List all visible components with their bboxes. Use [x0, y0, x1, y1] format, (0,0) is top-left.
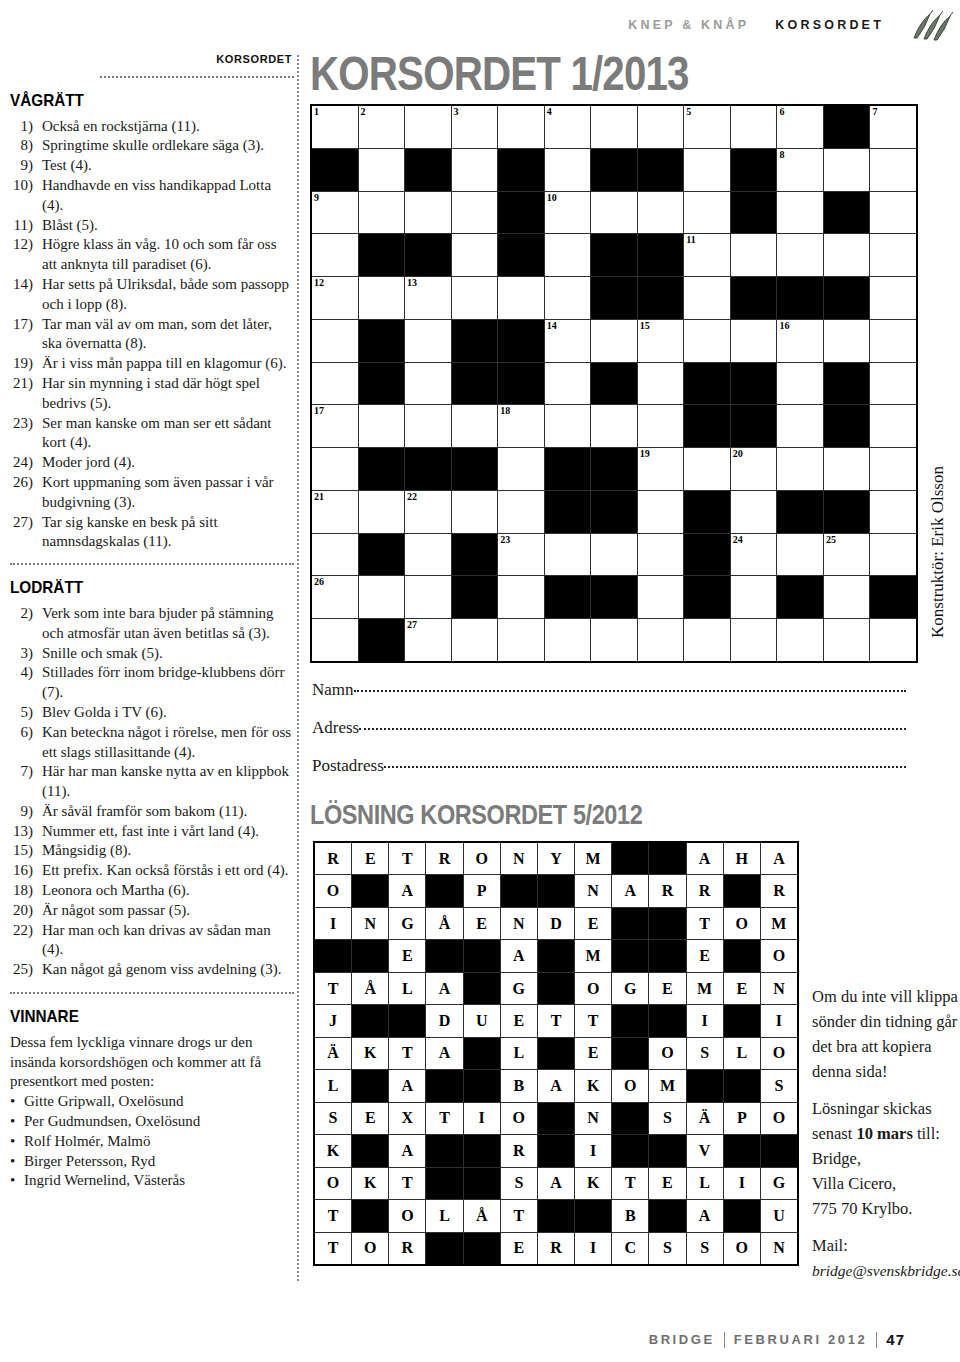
solution-letter: U — [476, 1012, 488, 1030]
solution-letter: R — [327, 850, 339, 868]
solution-cell: T — [501, 1200, 537, 1231]
puzzle-cell[interactable]: 25 — [824, 534, 870, 576]
postadress-field-row: Postadress — [312, 756, 906, 794]
solution-cell: I — [315, 908, 351, 939]
puzzle-cell[interactable]: 16 — [777, 320, 823, 362]
puzzle-cell[interactable]: 5 — [684, 106, 730, 148]
clue-number: 18) — [10, 881, 42, 901]
solution-letter: N — [587, 1109, 599, 1127]
solution-cell: D — [538, 908, 574, 939]
block-cell — [777, 277, 823, 319]
puzzle-cell[interactable] — [870, 363, 916, 405]
block-cell — [870, 576, 916, 618]
puzzle-cell[interactable] — [312, 363, 358, 405]
clue-row: 10)Handhavde en viss handikappad Lotta (… — [10, 176, 294, 216]
block-cell — [545, 576, 591, 618]
puzzle-cell[interactable]: 21 — [312, 491, 358, 533]
postadress-input-line[interactable] — [384, 766, 906, 768]
clue-text: Moder jord (4). — [42, 453, 294, 473]
solution-letter: E — [662, 980, 673, 998]
puzzle-cell[interactable] — [405, 320, 451, 362]
clue-number-label: 11 — [686, 234, 695, 245]
solution-letter: T — [328, 1239, 339, 1257]
clue-row: 15)Mångsidig (8). — [10, 841, 294, 861]
solution-cell: E — [649, 973, 685, 1004]
puzzle-cell[interactable]: 8 — [777, 149, 823, 191]
clue-number: 2) — [10, 604, 42, 644]
puzzle-cell[interactable]: 3 — [452, 106, 498, 148]
puzzle-cell[interactable]: 9 — [312, 192, 358, 234]
puzzle-cell[interactable] — [405, 576, 451, 618]
puzzle-cell[interactable] — [684, 149, 730, 191]
puzzle-cell[interactable] — [638, 192, 684, 234]
solution-cell: N — [761, 973, 797, 1004]
solution-letter: T — [625, 1174, 636, 1192]
puzzle-cell[interactable] — [638, 491, 684, 533]
puzzle-cell[interactable] — [452, 234, 498, 276]
puzzle-cell[interactable] — [312, 619, 358, 661]
puzzle-cell[interactable] — [777, 363, 823, 405]
solution-letter: O — [773, 1109, 785, 1127]
block-cell — [538, 1038, 574, 1069]
puzzle-cell[interactable]: 27 — [405, 619, 451, 661]
solution-letter: C — [625, 1239, 637, 1257]
footer-divider — [876, 1332, 877, 1348]
block-cell — [352, 1070, 388, 1101]
solution-letter: O — [327, 1174, 339, 1192]
solution-cell: T — [315, 1233, 351, 1264]
copy-note: Om du inte vill klippa sönder din tidnin… — [812, 984, 960, 1084]
puzzle-cell[interactable] — [684, 320, 730, 362]
solution-letter: T — [402, 850, 413, 868]
solution-cell: V — [687, 1135, 723, 1166]
solution-cell: Y — [538, 843, 574, 874]
puzzle-cell[interactable] — [777, 234, 823, 276]
puzzle-cell[interactable]: 17 — [312, 405, 358, 447]
puzzle-cell[interactable]: 13 — [405, 277, 451, 319]
block-cell — [761, 1135, 797, 1166]
block-cell — [426, 1135, 462, 1166]
puzzle-cell[interactable] — [545, 619, 591, 661]
solution-letter: O — [736, 915, 748, 933]
solution-cell: T — [389, 843, 425, 874]
puzzle-cell[interactable] — [824, 448, 870, 490]
address-line: 775 70 Krylbo. — [812, 1199, 912, 1218]
solution-letter: T — [402, 1044, 413, 1062]
solution-letter: T — [551, 1012, 562, 1030]
solution-cell: Ä — [315, 1038, 351, 1069]
puzzle-cell[interactable] — [359, 576, 405, 618]
puzzle-cell[interactable] — [452, 192, 498, 234]
clue-text: Stillades förr inom bridge-klubbens dörr… — [42, 663, 294, 703]
puzzle-cell[interactable] — [824, 149, 870, 191]
clue-row: 25)Kan något gå genom viss avdelning (3)… — [10, 960, 294, 980]
clue-number-label: 4 — [547, 106, 552, 117]
puzzle-cell[interactable] — [824, 234, 870, 276]
issue-label: FEBRUARI 2012 — [734, 1332, 868, 1347]
puzzle-cell[interactable] — [731, 576, 777, 618]
puzzle-cell[interactable] — [405, 106, 451, 148]
clue-row: 8)Springtime skulle ordlekare säga (3). — [10, 136, 294, 156]
winner-row: •Birger Petersson, Ryd — [10, 1152, 294, 1172]
puzzle-cell[interactable] — [359, 405, 405, 447]
puzzle-cell[interactable] — [312, 534, 358, 576]
puzzle-cell[interactable] — [359, 277, 405, 319]
solution-cell: O — [315, 1168, 351, 1199]
puzzle-cell[interactable] — [638, 106, 684, 148]
solution-cell: R — [389, 1233, 425, 1264]
clue-row: 1)Också en rockstjärna (11). — [10, 117, 294, 137]
clue-row: 3)Snille och smak (5). — [10, 644, 294, 664]
puzzle-cell[interactable] — [870, 149, 916, 191]
solution-cell: N — [352, 908, 388, 939]
puzzle-cell[interactable] — [638, 576, 684, 618]
puzzle-cell[interactable] — [545, 405, 591, 447]
down-clue-list: 2)Verk som inte bara bjuder på stämning … — [10, 604, 294, 980]
column-divider — [297, 55, 299, 1281]
mail-address[interactable]: bridge@svenskbridge.se — [812, 1262, 960, 1279]
solution-letter: Ä — [327, 1044, 339, 1062]
block-cell — [538, 1135, 574, 1166]
puzzle-cell[interactable]: 24 — [731, 534, 777, 576]
puzzle-cell[interactable] — [452, 405, 498, 447]
block-cell — [452, 363, 498, 405]
puzzle-cell[interactable]: 11 — [684, 234, 730, 276]
clue-number-label: 26 — [314, 576, 324, 587]
clue-number: 3) — [10, 644, 42, 664]
clue-row: 14)Har setts på Ulriksdal, både som pass… — [10, 275, 294, 315]
solution-cell: X — [389, 1103, 425, 1134]
puzzle-cell[interactable] — [498, 576, 544, 618]
clue-row: 22)Har man och kan drivas av sådan man (… — [10, 921, 294, 961]
puzzle-cell[interactable] — [870, 491, 916, 533]
clue-row: 11)Blåst (5). — [10, 216, 294, 236]
puzzle-cell[interactable] — [824, 320, 870, 362]
solution-letter: A — [439, 1044, 451, 1062]
solution-letter: E — [365, 1109, 376, 1127]
block-cell — [777, 491, 823, 533]
solution-letter: O — [736, 1239, 748, 1257]
solution-cell: E — [575, 1038, 611, 1069]
clue-number: 7) — [10, 762, 42, 802]
puzzle-cell[interactable] — [870, 619, 916, 661]
address-line: Bridge, — [812, 1149, 861, 1168]
solution-cell: T — [389, 1168, 425, 1199]
puzzle-cell[interactable] — [359, 149, 405, 191]
puzzle-cell[interactable] — [870, 448, 916, 490]
block-cell — [426, 1070, 462, 1101]
block-cell — [352, 1005, 388, 1036]
puzzle-cell[interactable] — [731, 619, 777, 661]
adress-input-line[interactable] — [359, 728, 906, 730]
solution-letter: X — [402, 1109, 414, 1127]
solution-letter: E — [514, 1012, 525, 1030]
block-cell — [464, 973, 500, 1004]
solution-cell: G — [501, 973, 537, 1004]
block-cell — [464, 1038, 500, 1069]
clue-number: 13) — [10, 822, 42, 842]
block-cell — [538, 973, 574, 1004]
solution-cell: T — [575, 1005, 611, 1036]
puzzle-cell[interactable] — [591, 534, 637, 576]
solution-cell: N — [501, 908, 537, 939]
solution-cell: O — [352, 1233, 388, 1264]
clue-row: 17)Tar man väl av om man, som det låter,… — [10, 315, 294, 355]
puzzle-cell[interactable]: 20 — [731, 448, 777, 490]
puzzle-cell[interactable] — [545, 149, 591, 191]
puzzle-cell[interactable] — [545, 277, 591, 319]
puzzle-cell[interactable] — [684, 192, 730, 234]
puzzle-cell[interactable] — [359, 192, 405, 234]
solution-cell: N — [575, 1103, 611, 1134]
block-cell — [649, 908, 685, 939]
solution-letter: O — [773, 1044, 785, 1062]
block-cell — [545, 491, 591, 533]
puzzle-cell[interactable] — [870, 192, 916, 234]
block-cell — [426, 940, 462, 971]
solution-letter: A — [699, 850, 711, 868]
solution-cell: L — [501, 1038, 537, 1069]
block-cell — [612, 1005, 648, 1036]
puzzle-cell[interactable] — [452, 149, 498, 191]
page-number: 47 — [886, 1331, 905, 1348]
puzzle-cell[interactable] — [777, 405, 823, 447]
puzzle-cell[interactable] — [405, 363, 451, 405]
puzzle-cell[interactable] — [498, 448, 544, 490]
clue-text: Nummer ett, fast inte i vårt land (4). — [42, 822, 294, 842]
puzzle-cell[interactable]: 12 — [312, 277, 358, 319]
solution-cell: E — [352, 843, 388, 874]
puzzle-cell[interactable]: 26 — [312, 576, 358, 618]
block-cell — [824, 192, 870, 234]
block-cell — [649, 843, 685, 874]
puzzle-cell[interactable] — [684, 448, 730, 490]
puzzle-cell[interactable] — [312, 234, 358, 276]
solution-letter: A — [402, 1077, 414, 1095]
puzzle-cell[interactable] — [638, 405, 684, 447]
puzzle-cell[interactable]: 23 — [498, 534, 544, 576]
puzzle-cell[interactable] — [452, 619, 498, 661]
block-cell — [538, 1103, 574, 1134]
solution-letter: I — [590, 1142, 596, 1160]
block-cell — [724, 940, 760, 971]
clue-number-label: 2 — [361, 106, 366, 117]
solution-cell: S — [687, 1233, 723, 1264]
puzzle-cell[interactable] — [591, 106, 637, 148]
clue-number: 22) — [10, 921, 42, 961]
divider — [10, 992, 294, 994]
clue-row: 19)Är i viss mån pappa till en klagomur … — [10, 354, 294, 374]
solution-letter: G — [401, 915, 413, 933]
puzzle-cell[interactable] — [591, 619, 637, 661]
solution-letter: S — [329, 1109, 338, 1127]
clue-number-label: 6 — [779, 106, 784, 117]
puzzle-cell[interactable]: 18 — [498, 405, 544, 447]
puzzle-cell[interactable]: 15 — [638, 320, 684, 362]
puzzle-cell[interactable] — [684, 619, 730, 661]
puzzle-cell[interactable] — [452, 277, 498, 319]
solution-letter: E — [476, 915, 487, 933]
clue-number-label: 25 — [826, 534, 836, 545]
solution-letter: M — [586, 947, 601, 965]
solution-letter: Å — [476, 1207, 488, 1225]
solution-cell: O — [389, 1200, 425, 1231]
puzzle-cell[interactable] — [498, 277, 544, 319]
puzzle-cell[interactable] — [452, 491, 498, 533]
solution-cell: O — [761, 940, 797, 971]
puzzle-cell[interactable]: 19 — [638, 448, 684, 490]
puzzle-cell[interactable] — [824, 619, 870, 661]
block-cell — [824, 277, 870, 319]
clue-text: Kort uppmaning som även passar i vår bud… — [42, 473, 294, 513]
puzzle-cell[interactable] — [684, 277, 730, 319]
puzzle-cell[interactable] — [498, 619, 544, 661]
solution-letter: Å — [439, 915, 451, 933]
puzzle-cell[interactable] — [312, 320, 358, 362]
puzzle-cell[interactable] — [777, 192, 823, 234]
puzzle-cell[interactable] — [359, 491, 405, 533]
puzzle-cell[interactable] — [777, 619, 823, 661]
solution-letter: R — [513, 1142, 525, 1160]
puzzle-cell[interactable] — [870, 320, 916, 362]
puzzle-cell[interactable]: 1 — [312, 106, 358, 148]
field-label: Namn — [312, 680, 354, 700]
solution-letter: N — [587, 882, 599, 900]
block-cell — [649, 1005, 685, 1036]
puzzle-cell[interactable] — [731, 234, 777, 276]
clue-number: 12) — [10, 235, 42, 275]
puzzle-cell[interactable] — [405, 405, 451, 447]
solution-letter: S — [514, 1174, 523, 1192]
solution-letter: O — [773, 947, 785, 965]
puzzle-cell[interactable] — [638, 534, 684, 576]
clue-row: 23)Ser man kanske om man ser ett sådant … — [10, 414, 294, 454]
solution-letter: T — [328, 980, 339, 998]
puzzle-cell[interactable] — [824, 576, 870, 618]
block-cell — [687, 1070, 723, 1101]
bullet-icon: • — [10, 1092, 24, 1112]
puzzle-cell[interactable]: 22 — [405, 491, 451, 533]
solution-cell: I — [575, 1135, 611, 1166]
block-cell — [824, 106, 870, 148]
solution-cell: O — [724, 1233, 760, 1264]
puzzle-cell[interactable] — [591, 320, 637, 362]
winner-name: Gitte Gripwall, Oxelösund — [24, 1092, 184, 1112]
winner-row: •Rolf Holmér, Malmö — [10, 1132, 294, 1152]
solution-cell: L — [687, 1168, 723, 1199]
block-cell — [649, 1200, 685, 1231]
solution-cell: M — [761, 908, 797, 939]
puzzle-cell[interactable] — [405, 534, 451, 576]
block-cell — [359, 619, 405, 661]
solution-letter: N — [773, 980, 785, 998]
mail-label: Mail: — [812, 1236, 848, 1255]
clue-row: 6)Kan beteckna något i rörelse, men för … — [10, 723, 294, 763]
puzzle-cell[interactable]: 14 — [545, 320, 591, 362]
block-cell — [684, 363, 730, 405]
puzzle-cell[interactable] — [405, 192, 451, 234]
puzzle-cell[interactable] — [638, 363, 684, 405]
solution-cell: O — [761, 1103, 797, 1134]
winner-row: •Ingrid Wernelind, Västerås — [10, 1171, 294, 1191]
puzzle-cell[interactable] — [870, 277, 916, 319]
divider — [100, 76, 294, 78]
deadline-note: Lösningar skickas senast 10 mars till: B… — [812, 1096, 960, 1221]
puzzle-cell[interactable] — [731, 106, 777, 148]
block-cell — [426, 1168, 462, 1199]
solution-letter: M — [660, 1077, 675, 1095]
solution-letter: S — [663, 1239, 672, 1257]
namn-input-line[interactable] — [354, 690, 906, 692]
puzzle-cell[interactable]: 7 — [870, 106, 916, 148]
puzzle-cell[interactable]: 6 — [777, 106, 823, 148]
puzzle-cell[interactable] — [777, 534, 823, 576]
clue-text: Blev Golda i TV (6). — [42, 703, 294, 723]
clue-text: Har setts på Ulriksdal, både som passopp… — [42, 275, 294, 315]
solution-letter: L — [736, 1044, 747, 1062]
solution-cell: U — [761, 1200, 797, 1231]
puzzle-cell[interactable] — [312, 448, 358, 490]
solution-cell: K — [352, 1168, 388, 1199]
puzzle-cell[interactable] — [498, 106, 544, 148]
block-cell — [464, 1135, 500, 1166]
puzzle-cell[interactable] — [638, 619, 684, 661]
puzzle-cell[interactable] — [545, 234, 591, 276]
clue-number-label: 27 — [407, 619, 417, 630]
solution-letter: O — [364, 1239, 376, 1257]
block-cell — [352, 875, 388, 906]
solution-letter: G — [513, 980, 525, 998]
block-cell — [464, 1168, 500, 1199]
puzzle-cell[interactable] — [870, 234, 916, 276]
puzzle-cell[interactable] — [591, 405, 637, 447]
puzzle-cell[interactable] — [591, 192, 637, 234]
solution-cell: Å — [464, 1200, 500, 1231]
solution-letter: A — [402, 1142, 414, 1160]
solution-cell: S — [649, 1103, 685, 1134]
clue-number-label: 1 — [314, 106, 319, 117]
magazine-name: BRIDGE — [649, 1332, 715, 1347]
puzzle-cell[interactable] — [545, 363, 591, 405]
puzzle-cell[interactable]: 10 — [545, 192, 591, 234]
puzzle-cell[interactable] — [731, 491, 777, 533]
solution-cell: G — [389, 908, 425, 939]
block-cell — [684, 405, 730, 447]
block-cell — [724, 875, 760, 906]
clue-number-label: 20 — [733, 448, 743, 459]
block-cell — [731, 277, 777, 319]
solution-letter: S — [663, 1109, 672, 1127]
puzzle-cell[interactable]: 4 — [545, 106, 591, 148]
solution-letter: D — [550, 915, 562, 933]
puzzle-cell[interactable]: 2 — [359, 106, 405, 148]
puzzle-cell[interactable] — [731, 320, 777, 362]
puzzle-cell[interactable] — [870, 405, 916, 447]
clue-number: 23) — [10, 414, 42, 454]
solution-cell: A — [687, 1200, 723, 1231]
solution-letter: A — [625, 882, 637, 900]
puzzle-cell[interactable] — [870, 534, 916, 576]
clue-number: 14) — [10, 275, 42, 315]
solution-letter: A — [513, 947, 525, 965]
puzzle-cell[interactable] — [498, 491, 544, 533]
solution-cell: O — [315, 875, 351, 906]
block-cell — [359, 534, 405, 576]
puzzle-cell[interactable] — [545, 534, 591, 576]
clue-number-label: 23 — [500, 534, 510, 545]
clue-text: Springtime skulle ordlekare säga (3). — [42, 136, 294, 156]
puzzle-cell[interactable] — [777, 448, 823, 490]
